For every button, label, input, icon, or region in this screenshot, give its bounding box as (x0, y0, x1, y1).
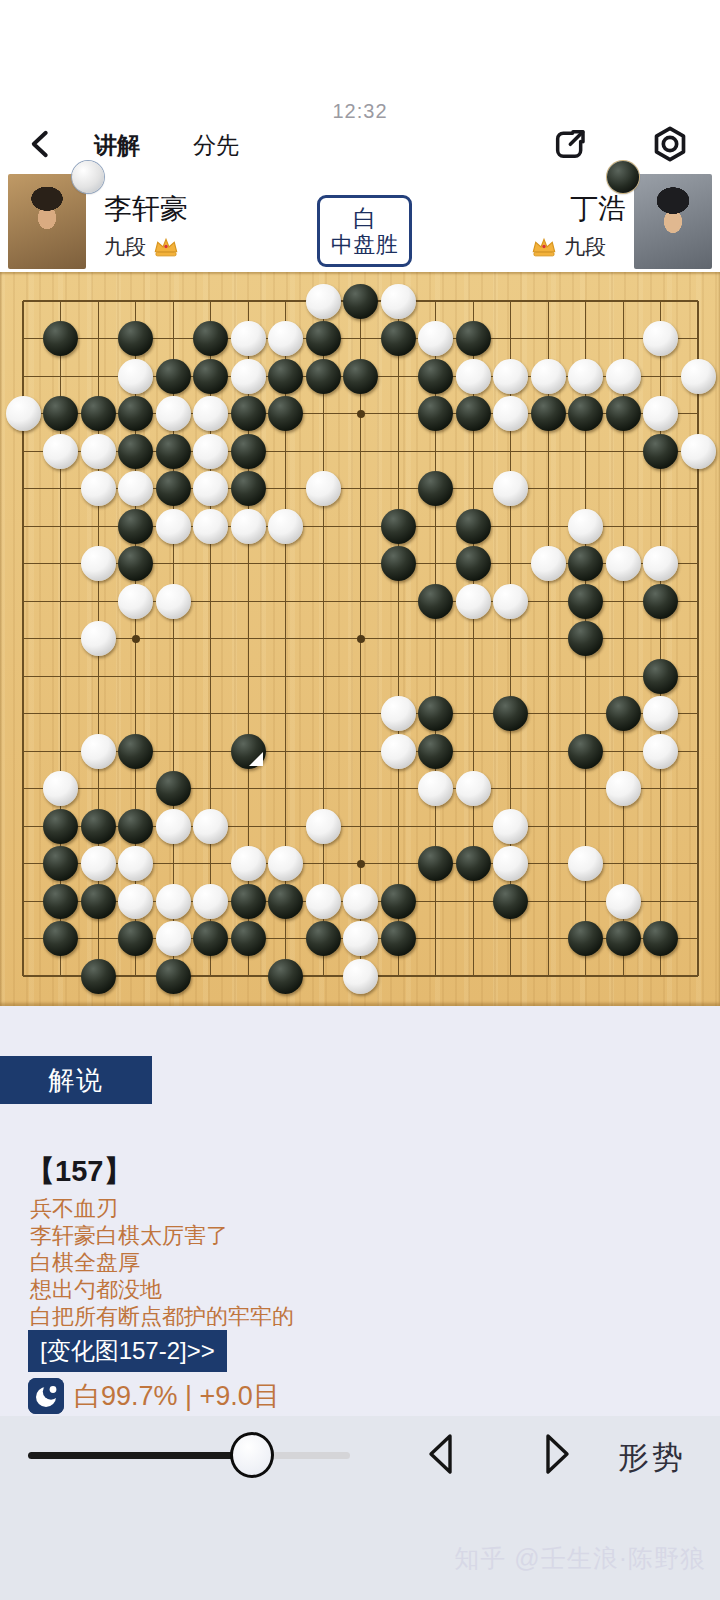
white-stone (643, 396, 678, 431)
black-stone (418, 696, 453, 731)
white-stone (568, 846, 603, 881)
black-stone (456, 396, 491, 431)
black-stone (43, 846, 78, 881)
white-stone (606, 359, 641, 394)
tab-game-type[interactable]: 分先 (193, 130, 239, 161)
white-stone (81, 434, 116, 469)
black-stone (418, 734, 453, 769)
white-stone (493, 846, 528, 881)
white-stone (456, 584, 491, 619)
black-stone (606, 396, 641, 431)
white-stone (493, 584, 528, 619)
black-stone (231, 471, 266, 506)
black-stone (418, 846, 453, 881)
white-stone (568, 509, 603, 544)
black-stone (306, 921, 341, 956)
black-stone-indicator (607, 161, 639, 193)
commentary-line: 想出勺都没地 (30, 1275, 690, 1305)
white-stone (81, 471, 116, 506)
black-stone (268, 959, 303, 994)
white-player-rank-row: 九段 (104, 233, 179, 261)
white-stone (268, 846, 303, 881)
black-stone (118, 921, 153, 956)
black-stone (418, 396, 453, 431)
settings-button[interactable] (650, 124, 690, 164)
white-stone (156, 396, 191, 431)
black-stone (343, 359, 378, 394)
situation-analysis-button[interactable]: 形势 (618, 1437, 686, 1479)
tab-explain[interactable]: 讲解 (94, 130, 140, 161)
white-stone (531, 546, 566, 581)
black-stone (643, 921, 678, 956)
black-stone (418, 584, 453, 619)
black-stone (193, 359, 228, 394)
white-stone (418, 321, 453, 356)
black-stone (268, 884, 303, 919)
white-stone (568, 359, 603, 394)
grid-line (697, 301, 699, 976)
black-stone (456, 546, 491, 581)
white-stone (81, 846, 116, 881)
white-stone (681, 359, 716, 394)
white-stone (193, 434, 228, 469)
grid-line (23, 788, 698, 789)
game-result-box: 白 中盘胜 (317, 195, 412, 267)
commentary-header: 解说 (0, 1056, 152, 1104)
black-stone (268, 396, 303, 431)
white-stone (118, 471, 153, 506)
black-stone (643, 584, 678, 619)
black-stone (418, 471, 453, 506)
white-stone (643, 734, 678, 769)
black-stone (643, 434, 678, 469)
white-stone (643, 696, 678, 731)
black-stone (43, 321, 78, 356)
black-stone (493, 884, 528, 919)
black-stone (81, 959, 116, 994)
white-stone (643, 321, 678, 356)
black-stone (568, 546, 603, 581)
commentary-line: 李轩豪白棋太厉害了 (30, 1221, 690, 1251)
black-stone (156, 771, 191, 806)
white-stone (343, 921, 378, 956)
white-stone (118, 359, 153, 394)
grid-line (23, 676, 698, 677)
black-stone (43, 396, 78, 431)
white-stone (493, 809, 528, 844)
white-stone (156, 809, 191, 844)
star-point (357, 635, 365, 643)
black-stone (418, 359, 453, 394)
white-stone (43, 434, 78, 469)
move-number-label: 【157】 (26, 1152, 132, 1192)
white-stone (118, 884, 153, 919)
black-stone (231, 396, 266, 431)
black-stone (568, 396, 603, 431)
black-stone (381, 921, 416, 956)
white-stone (6, 396, 41, 431)
black-stone (193, 321, 228, 356)
result-method: 中盘胜 (331, 232, 399, 257)
black-stone (81, 396, 116, 431)
white-stone (493, 359, 528, 394)
white-stone (193, 809, 228, 844)
white-stone (231, 359, 266, 394)
status-bar-time: 12:32 (0, 100, 720, 123)
white-stone (81, 546, 116, 581)
black-stone (381, 884, 416, 919)
ai-engine-icon (28, 1378, 64, 1414)
black-stone (156, 359, 191, 394)
white-stone (306, 284, 341, 319)
white-stone (193, 884, 228, 919)
black-stone (568, 921, 603, 956)
ai-eval-row: 白99.7% | +9.0目 (28, 1378, 280, 1414)
white-stone (531, 359, 566, 394)
white-stone (156, 584, 191, 619)
commentary-line: 白棋全盘厚 (30, 1248, 690, 1278)
white-stone (493, 471, 528, 506)
grid-line (23, 713, 698, 714)
black-stone (493, 696, 528, 731)
commentary-line: 兵不血刃 (30, 1194, 690, 1224)
crown-icon (153, 236, 179, 258)
last-move-marker (249, 752, 263, 766)
black-stone (118, 546, 153, 581)
white-stone (118, 584, 153, 619)
white-stone (156, 921, 191, 956)
white-stone (306, 471, 341, 506)
white-stone (381, 696, 416, 731)
prev-triangle-icon (420, 1428, 462, 1480)
share-icon (550, 124, 590, 164)
ai-winrate-text: 白99.7% | +9.0目 (74, 1378, 280, 1414)
back-chevron-icon (24, 126, 60, 162)
black-stone (118, 809, 153, 844)
white-stone (43, 771, 78, 806)
star-point (357, 410, 365, 418)
gear-icon (650, 124, 690, 164)
black-stone (156, 471, 191, 506)
white-stone (118, 846, 153, 881)
black-stone (193, 921, 228, 956)
black-stone (43, 921, 78, 956)
white-stone (231, 509, 266, 544)
black-stone (118, 434, 153, 469)
black-stone (81, 809, 116, 844)
black-stone (156, 959, 191, 994)
white-stone (606, 884, 641, 919)
white-stone (456, 771, 491, 806)
white-stone (606, 771, 641, 806)
avatar-white-player (8, 174, 86, 269)
black-stone (568, 734, 603, 769)
white-stone (306, 884, 341, 919)
black-stone (118, 734, 153, 769)
slider-track-filled (28, 1452, 253, 1459)
black-stone (456, 846, 491, 881)
white-player-rank: 九段 (104, 233, 146, 261)
commentary-line: 白把所有断点都护的牢牢的 (30, 1302, 690, 1332)
black-player-rank-row: 九段 (531, 233, 606, 261)
next-triangle-icon (536, 1428, 578, 1480)
white-stone (193, 509, 228, 544)
black-stone (568, 621, 603, 656)
white-stone (156, 509, 191, 544)
watermark: 知乎 @壬生浪·陈野狼 (454, 1542, 706, 1575)
black-stone (381, 546, 416, 581)
next-move-button[interactable] (536, 1428, 578, 1480)
white-stone (343, 959, 378, 994)
black-stone (231, 434, 266, 469)
white-stone (681, 434, 716, 469)
white-stone (381, 734, 416, 769)
black-stone (568, 584, 603, 619)
star-point (357, 860, 365, 868)
white-player-name: 李轩豪 (104, 190, 188, 228)
grid-line (398, 301, 399, 976)
black-stone (306, 321, 341, 356)
white-stone (606, 546, 641, 581)
white-stone (268, 509, 303, 544)
black-stone (531, 396, 566, 431)
white-stone (268, 321, 303, 356)
black-stone (43, 809, 78, 844)
black-stone (456, 509, 491, 544)
black-player-rank: 九段 (564, 233, 606, 261)
prev-move-button[interactable] (420, 1428, 462, 1480)
back-button[interactable] (24, 126, 60, 162)
white-stone (343, 884, 378, 919)
white-stone (381, 284, 416, 319)
black-player-name: 丁浩 (540, 190, 626, 228)
black-stone (606, 696, 641, 731)
avatar-black-player (634, 174, 712, 269)
black-stone (306, 359, 341, 394)
go-board[interactable] (0, 272, 720, 1006)
variation-diagram-link[interactable]: [变化图157-2]>> (28, 1330, 227, 1372)
black-stone (118, 321, 153, 356)
black-stone (268, 359, 303, 394)
black-stone (43, 884, 78, 919)
black-stone (118, 509, 153, 544)
black-stone (231, 884, 266, 919)
crown-icon (531, 236, 557, 258)
move-slider[interactable] (28, 1432, 350, 1478)
white-stone (493, 396, 528, 431)
black-stone (231, 921, 266, 956)
go-review-app: { "status_bar": { "time": "12:32" }, "na… (0, 0, 720, 1600)
white-stone (456, 359, 491, 394)
white-stone (306, 809, 341, 844)
white-stone (193, 471, 228, 506)
white-stone (231, 846, 266, 881)
result-winner: 白 (353, 205, 376, 231)
white-stone (193, 396, 228, 431)
white-stone (81, 734, 116, 769)
white-stone (156, 884, 191, 919)
black-stone (456, 321, 491, 356)
black-stone (81, 884, 116, 919)
black-stone (381, 321, 416, 356)
share-button[interactable] (550, 124, 590, 164)
white-stone (643, 546, 678, 581)
white-stone (231, 321, 266, 356)
black-stone (118, 396, 153, 431)
black-stone (643, 659, 678, 694)
star-point (132, 635, 140, 643)
black-stone (156, 434, 191, 469)
black-stone (231, 734, 266, 769)
black-stone (343, 284, 378, 319)
white-stone-indicator (72, 161, 104, 193)
white-stone (418, 771, 453, 806)
white-stone (81, 621, 116, 656)
black-stone (381, 509, 416, 544)
move-slider-thumb[interactable] (230, 1432, 274, 1478)
black-stone (606, 921, 641, 956)
